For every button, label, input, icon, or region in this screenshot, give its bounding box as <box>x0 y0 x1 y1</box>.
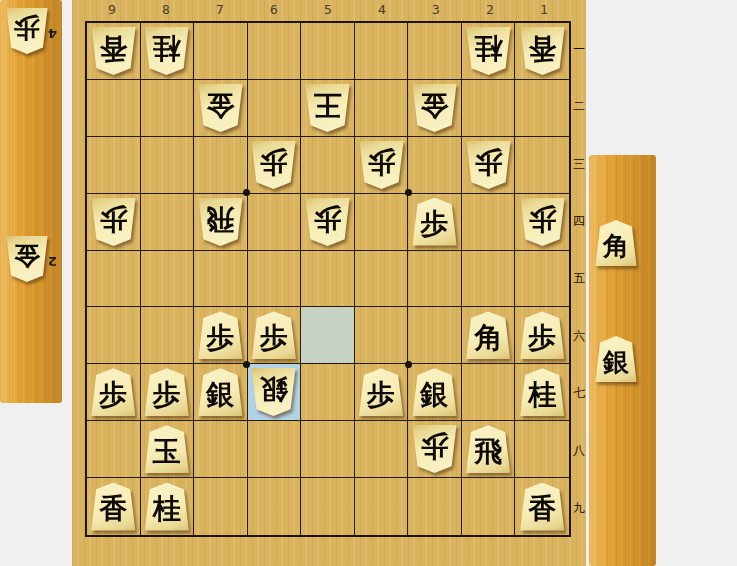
square-3-8[interactable]: 歩 <box>408 421 462 478</box>
hand-piece-count: 2 <box>48 254 57 269</box>
sente-piece[interactable]: 歩 <box>144 368 189 416</box>
sente-piece[interactable]: 角 <box>466 311 511 359</box>
gote-piece[interactable]: 飛 <box>198 198 243 246</box>
file-label-2: 2 <box>463 2 517 18</box>
piece-shape: 歩 <box>520 198 565 246</box>
piece-shape: 飛 <box>466 425 511 473</box>
square-1-9[interactable]: 香 <box>515 478 569 535</box>
square-5-1[interactable] <box>301 23 355 80</box>
square-4-8[interactable] <box>355 421 409 478</box>
gote-piece[interactable]: 香 <box>520 27 565 75</box>
square-9-9[interactable]: 香 <box>87 478 141 535</box>
rank-labels: 一二三四五六七八九 <box>572 21 586 537</box>
sente-piece[interactable]: 飛 <box>466 425 511 473</box>
square-8-3[interactable] <box>141 137 195 194</box>
piece-shape: 歩 <box>466 141 511 189</box>
piece-kanji: 飛 <box>206 205 234 233</box>
piece-kanji: 金 <box>421 91 449 119</box>
rank-label-4: 四 <box>572 193 586 250</box>
square-2-6[interactable]: 角 <box>462 307 516 364</box>
square-7-3[interactable] <box>194 137 248 194</box>
sente-piece[interactable]: 玉 <box>144 425 189 473</box>
piece-shape: 飛 <box>198 198 243 246</box>
rank-label-8: 八 <box>572 422 586 479</box>
square-2-4[interactable] <box>462 194 516 251</box>
square-9-6[interactable] <box>87 307 141 364</box>
square-4-7[interactable]: 歩 <box>355 364 409 421</box>
piece-shape: 桂 <box>144 27 189 75</box>
star-point <box>405 189 412 196</box>
piece-shape: 香 <box>91 27 136 75</box>
square-8-5[interactable] <box>141 251 195 308</box>
piece-kanji: 歩 <box>421 210 449 238</box>
piece-kanji: 桂 <box>474 34 502 62</box>
piece-shape: 歩 <box>412 198 457 246</box>
gote-piece[interactable]: 金 <box>198 84 243 132</box>
square-1-1[interactable]: 香 <box>515 23 569 80</box>
piece-kanji: 歩 <box>14 16 40 42</box>
sente-piece[interactable]: 銀 <box>198 368 243 416</box>
piece-shape: 歩 <box>520 311 565 359</box>
gote-piece[interactable]: 歩 <box>520 198 565 246</box>
square-9-7[interactable]: 歩 <box>87 364 141 421</box>
piece-shape: 歩 <box>198 311 243 359</box>
square-2-1[interactable]: 桂 <box>462 23 516 80</box>
file-label-1: 1 <box>517 2 571 18</box>
piece-kanji: 金 <box>14 244 40 270</box>
square-9-4[interactable]: 歩 <box>87 194 141 251</box>
file-label-5: 5 <box>301 2 355 18</box>
sente-piece[interactable]: 角 <box>595 220 637 266</box>
square-6-2[interactable] <box>248 80 302 137</box>
square-2-2[interactable] <box>462 80 516 137</box>
square-1-5[interactable] <box>515 251 569 308</box>
piece-shape: 角 <box>595 220 637 266</box>
piece-kanji: 歩 <box>528 324 556 352</box>
square-2-9[interactable] <box>462 478 516 535</box>
piece-kanji: 銀 <box>206 381 234 409</box>
piece-kanji: 歩 <box>260 324 288 352</box>
gote-piece[interactable]: 歩 <box>359 141 404 189</box>
piece-shape: 歩 <box>412 425 457 473</box>
gote-piece[interactable]: 金 <box>412 84 457 132</box>
file-label-4: 4 <box>355 2 409 18</box>
square-9-2[interactable] <box>87 80 141 137</box>
gote-hand-piece[interactable]: 歩 <box>6 8 48 54</box>
square-8-4[interactable] <box>141 194 195 251</box>
square-1-3[interactable] <box>515 137 569 194</box>
piece-kanji: 角 <box>474 324 502 352</box>
square-7-7[interactable]: 銀 <box>194 364 248 421</box>
square-5-4[interactable]: 歩 <box>301 194 355 251</box>
file-label-3: 3 <box>409 2 463 18</box>
square-6-1[interactable] <box>248 23 302 80</box>
square-8-7[interactable]: 歩 <box>141 364 195 421</box>
sente-piece[interactable]: 歩 <box>359 368 404 416</box>
square-4-1[interactable] <box>355 23 409 80</box>
square-1-4[interactable]: 歩 <box>515 194 569 251</box>
sente-piece[interactable]: 歩 <box>198 311 243 359</box>
sente-hand-piece[interactable]: 銀 <box>595 336 637 382</box>
square-2-7[interactable] <box>462 364 516 421</box>
square-8-8[interactable]: 玉 <box>141 421 195 478</box>
piece-shape: 香 <box>520 483 565 531</box>
piece-kanji: 歩 <box>260 148 288 176</box>
piece-shape: 歩 <box>91 368 136 416</box>
square-1-8[interactable] <box>515 421 569 478</box>
square-6-3[interactable]: 歩 <box>248 137 302 194</box>
star-point <box>243 361 250 368</box>
sente-piece[interactable]: 銀 <box>412 368 457 416</box>
piece-shape: 香 <box>91 483 136 531</box>
piece-kanji: 玉 <box>153 438 181 466</box>
gote-piece[interactable]: 銀 <box>251 368 296 416</box>
square-7-4[interactable]: 飛 <box>194 194 248 251</box>
piece-kanji: 歩 <box>313 205 341 233</box>
square-6-9[interactable] <box>248 478 302 535</box>
gote-piece[interactable]: 歩 <box>6 8 48 54</box>
square-8-1[interactable]: 桂 <box>141 23 195 80</box>
board-grid: 香桂桂香金王金歩歩歩歩飛歩歩歩歩歩角歩歩歩銀銀歩銀桂玉歩飛香桂香 <box>85 21 571 537</box>
piece-shape: 歩 <box>359 368 404 416</box>
sente-piece[interactable]: 歩 <box>520 311 565 359</box>
square-4-6[interactable] <box>355 307 409 364</box>
sente-piece[interactable]: 香 <box>520 483 565 531</box>
square-3-2[interactable]: 金 <box>408 80 462 137</box>
file-label-8: 8 <box>139 2 193 18</box>
square-7-2[interactable]: 金 <box>194 80 248 137</box>
piece-kanji: 歩 <box>99 381 127 409</box>
square-6-8[interactable] <box>248 421 302 478</box>
piece-shape: 桂 <box>466 27 511 75</box>
piece-shape: 歩 <box>359 141 404 189</box>
square-8-2[interactable] <box>141 80 195 137</box>
file-label-9: 9 <box>85 2 139 18</box>
square-5-5[interactable] <box>301 251 355 308</box>
hand-piece-count: 4 <box>48 26 57 41</box>
piece-kanji: 歩 <box>99 205 127 233</box>
piece-kanji: 銀 <box>260 376 288 404</box>
square-6-4[interactable] <box>248 194 302 251</box>
file-label-7: 7 <box>193 2 247 18</box>
board-plate: 987654321 一二三四五六七八九 香桂桂香金王金歩歩歩歩飛歩歩歩歩歩角歩歩… <box>72 0 586 566</box>
square-2-5[interactable] <box>462 251 516 308</box>
square-1-2[interactable] <box>515 80 569 137</box>
square-7-1[interactable] <box>194 23 248 80</box>
piece-kanji: 桂 <box>528 381 556 409</box>
piece-shape: 銀 <box>251 368 296 416</box>
square-5-3[interactable] <box>301 137 355 194</box>
piece-kanji: 王 <box>313 91 341 119</box>
piece-kanji: 銀 <box>421 381 449 409</box>
gote-piece[interactable]: 歩 <box>305 198 350 246</box>
piece-kanji: 歩 <box>474 148 502 176</box>
rank-label-2: 二 <box>572 78 586 135</box>
sente-piece[interactable]: 銀 <box>595 336 637 382</box>
sente-piece[interactable]: 桂 <box>520 368 565 416</box>
square-7-9[interactable] <box>194 478 248 535</box>
piece-shape: 王 <box>305 84 350 132</box>
piece-kanji: 香 <box>99 34 127 62</box>
sente-hand-stand: 角銀 <box>589 155 656 566</box>
square-6-6[interactable]: 歩 <box>248 307 302 364</box>
gote-piece[interactable]: 桂 <box>466 27 511 75</box>
file-label-6: 6 <box>247 2 301 18</box>
gote-piece[interactable]: 桂 <box>144 27 189 75</box>
sente-piece[interactable]: 歩 <box>251 311 296 359</box>
piece-kanji: 歩 <box>528 205 556 233</box>
piece-shape: 歩 <box>144 368 189 416</box>
square-5-7[interactable] <box>301 364 355 421</box>
piece-shape: 歩 <box>251 311 296 359</box>
piece-shape: 角 <box>466 311 511 359</box>
square-4-5[interactable] <box>355 251 409 308</box>
piece-shape: 歩 <box>251 141 296 189</box>
piece-shape: 金 <box>412 84 457 132</box>
piece-kanji: 香 <box>99 495 127 523</box>
square-1-6[interactable]: 歩 <box>515 307 569 364</box>
piece-shape: 金 <box>198 84 243 132</box>
gote-hand-stand: 歩4金2 <box>0 0 62 403</box>
shogi-app: 歩4金2 987654321 一二三四五六七八九 香桂桂香金王金歩歩歩歩飛歩歩歩… <box>0 0 737 566</box>
rank-label-3: 三 <box>572 136 586 193</box>
square-5-2[interactable]: 王 <box>301 80 355 137</box>
piece-shape: 桂 <box>144 483 189 531</box>
star-point <box>243 189 250 196</box>
square-4-2[interactable] <box>355 80 409 137</box>
square-3-7[interactable]: 銀 <box>408 364 462 421</box>
sente-piece[interactable]: 歩 <box>91 368 136 416</box>
piece-kanji: 飛 <box>474 438 502 466</box>
square-3-4[interactable]: 歩 <box>408 194 462 251</box>
square-8-9[interactable]: 桂 <box>141 478 195 535</box>
sente-piece[interactable]: 桂 <box>144 483 189 531</box>
sente-hand-piece[interactable]: 角 <box>595 220 637 266</box>
piece-kanji: 香 <box>528 34 556 62</box>
piece-shape: 銀 <box>412 368 457 416</box>
rank-label-7: 七 <box>572 365 586 422</box>
rank-label-1: 一 <box>572 21 586 78</box>
square-8-6[interactable] <box>141 307 195 364</box>
piece-shape: 歩 <box>6 8 48 54</box>
gote-piece[interactable]: 王 <box>305 84 350 132</box>
piece-kanji: 角 <box>603 233 629 259</box>
piece-kanji: 歩 <box>421 433 449 461</box>
square-5-8[interactable] <box>301 421 355 478</box>
square-6-5[interactable] <box>248 251 302 308</box>
piece-kanji: 銀 <box>603 349 629 375</box>
square-3-6[interactable] <box>408 307 462 364</box>
piece-kanji: 歩 <box>206 324 234 352</box>
gote-piece[interactable]: 歩 <box>91 198 136 246</box>
piece-kanji: 歩 <box>153 381 181 409</box>
star-point <box>405 361 412 368</box>
piece-shape: 銀 <box>198 368 243 416</box>
square-3-1[interactable] <box>408 23 462 80</box>
gote-hand-piece[interactable]: 金 <box>6 236 48 282</box>
square-5-9[interactable] <box>301 478 355 535</box>
file-labels: 987654321 <box>85 2 571 18</box>
square-6-7[interactable]: 銀 <box>248 364 302 421</box>
square-4-4[interactable] <box>355 194 409 251</box>
piece-kanji: 歩 <box>367 148 395 176</box>
sente-piece[interactable]: 歩 <box>412 198 457 246</box>
piece-shape: 香 <box>520 27 565 75</box>
piece-shape: 金 <box>6 236 48 282</box>
gote-piece[interactable]: 歩 <box>466 141 511 189</box>
piece-shape: 玉 <box>144 425 189 473</box>
piece-kanji: 香 <box>528 495 556 523</box>
piece-shape: 桂 <box>520 368 565 416</box>
square-4-3[interactable]: 歩 <box>355 137 409 194</box>
gote-piece[interactable]: 歩 <box>251 141 296 189</box>
rank-label-9: 九 <box>572 480 586 537</box>
square-1-7[interactable]: 桂 <box>515 364 569 421</box>
gote-piece[interactable]: 香 <box>91 27 136 75</box>
sente-piece[interactable]: 香 <box>91 483 136 531</box>
piece-kanji: 金 <box>206 91 234 119</box>
square-2-3[interactable]: 歩 <box>462 137 516 194</box>
square-7-8[interactable] <box>194 421 248 478</box>
square-9-3[interactable] <box>87 137 141 194</box>
square-7-5[interactable] <box>194 251 248 308</box>
piece-shape: 歩 <box>305 198 350 246</box>
square-3-5[interactable] <box>408 251 462 308</box>
piece-shape: 歩 <box>91 198 136 246</box>
rank-label-6: 六 <box>572 308 586 365</box>
gote-piece[interactable]: 歩 <box>412 425 457 473</box>
square-9-8[interactable] <box>87 421 141 478</box>
piece-kanji: 桂 <box>153 495 181 523</box>
square-9-5[interactable] <box>87 251 141 308</box>
piece-shape: 銀 <box>595 336 637 382</box>
piece-kanji: 桂 <box>153 34 181 62</box>
rank-label-5: 五 <box>572 250 586 307</box>
square-9-1[interactable]: 香 <box>87 23 141 80</box>
square-4-9[interactable] <box>355 478 409 535</box>
square-5-6[interactable] <box>301 307 355 364</box>
square-2-8[interactable]: 飛 <box>462 421 516 478</box>
square-7-6[interactable]: 歩 <box>194 307 248 364</box>
square-3-3[interactable] <box>408 137 462 194</box>
piece-kanji: 歩 <box>367 381 395 409</box>
gote-piece[interactable]: 金 <box>6 236 48 282</box>
square-3-9[interactable] <box>408 478 462 535</box>
